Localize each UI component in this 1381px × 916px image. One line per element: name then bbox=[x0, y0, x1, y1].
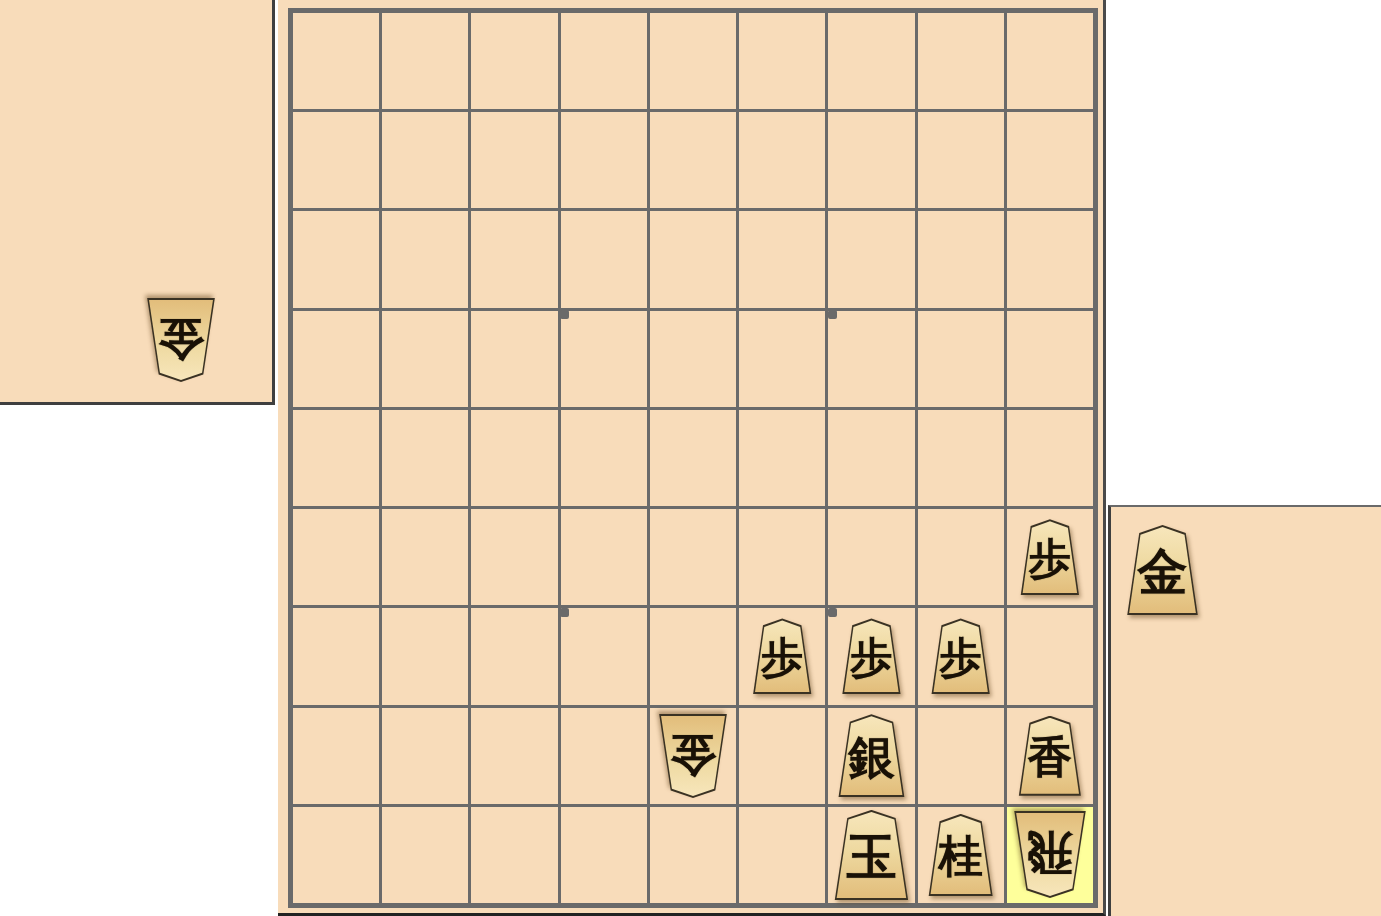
board-cell[interactable] bbox=[293, 112, 379, 208]
board-cell[interactable] bbox=[828, 410, 914, 506]
board-cell[interactable] bbox=[650, 13, 736, 109]
board-cell[interactable] bbox=[382, 708, 468, 804]
piece-kanji: 歩 bbox=[761, 637, 803, 679]
board-cell[interactable] bbox=[650, 410, 736, 506]
board-cell[interactable] bbox=[561, 807, 647, 903]
board-cell[interactable] bbox=[471, 807, 557, 903]
board-cell[interactable] bbox=[739, 211, 825, 307]
board-cell[interactable] bbox=[918, 13, 1004, 109]
piece-gold-sente[interactable]: 金 bbox=[1125, 525, 1200, 615]
piece-face: 玉 bbox=[834, 812, 908, 898]
piece-kanji: 歩 bbox=[940, 637, 982, 679]
board-cell[interactable]: 香 bbox=[1007, 708, 1093, 804]
board-cell[interactable] bbox=[650, 608, 736, 704]
board-cell[interactable]: 金 bbox=[650, 708, 736, 804]
piece-pawn-sente[interactable]: 歩 bbox=[751, 618, 813, 694]
board-cell[interactable] bbox=[382, 608, 468, 704]
piece-kanji: 桂 bbox=[939, 835, 983, 879]
gote-hand-tray: 金 bbox=[0, 0, 275, 405]
board-cell[interactable] bbox=[561, 410, 647, 506]
board-cell[interactable]: 歩 bbox=[739, 608, 825, 704]
board-cell[interactable] bbox=[293, 211, 379, 307]
piece-face: 香 bbox=[1019, 718, 1081, 794]
board-cell[interactable] bbox=[382, 211, 468, 307]
board-cell[interactable] bbox=[471, 211, 557, 307]
sente-hand-tray: 金 bbox=[1108, 505, 1381, 916]
board-cell[interactable] bbox=[471, 311, 557, 407]
piece-face: 桂 bbox=[929, 816, 993, 894]
board-cell[interactable] bbox=[739, 708, 825, 804]
board-cell[interactable]: 飛 bbox=[1007, 807, 1093, 903]
board-cell[interactable] bbox=[561, 708, 647, 804]
piece-kanji: 香 bbox=[1028, 735, 1072, 779]
board-cell[interactable] bbox=[293, 608, 379, 704]
piece-face: 銀 bbox=[838, 716, 904, 795]
board-cell[interactable] bbox=[650, 112, 736, 208]
board-cell[interactable] bbox=[739, 311, 825, 407]
board-cell[interactable] bbox=[561, 311, 647, 407]
board-cell[interactable] bbox=[382, 13, 468, 109]
board-cell[interactable] bbox=[382, 410, 468, 506]
piece-face: 金 bbox=[147, 300, 215, 380]
board-cell[interactable] bbox=[828, 311, 914, 407]
board-cell[interactable] bbox=[471, 509, 557, 605]
board-cell[interactable] bbox=[918, 410, 1004, 506]
board-cell[interactable] bbox=[293, 311, 379, 407]
board-cell[interactable] bbox=[918, 509, 1004, 605]
piece-kanji: 玉 bbox=[846, 832, 896, 882]
board-cell[interactable] bbox=[918, 311, 1004, 407]
piece-pawn-sente[interactable]: 歩 bbox=[840, 618, 902, 694]
board-cell[interactable] bbox=[561, 13, 647, 109]
piece-knight-sente[interactable]: 桂 bbox=[927, 814, 995, 896]
piece-face: 歩 bbox=[753, 620, 811, 692]
board-cell[interactable] bbox=[650, 807, 736, 903]
board-cell[interactable]: 歩 bbox=[828, 608, 914, 704]
piece-rook-gote[interactable]: 飛 bbox=[1012, 811, 1088, 898]
piece-face: 歩 bbox=[932, 620, 990, 692]
board-cell[interactable] bbox=[293, 509, 379, 605]
board-cell[interactable] bbox=[561, 211, 647, 307]
board-cell[interactable] bbox=[471, 13, 557, 109]
board-cell[interactable] bbox=[828, 211, 914, 307]
piece-kanji: 銀 bbox=[848, 734, 894, 780]
board-cell[interactable] bbox=[293, 13, 379, 109]
piece-lance-sente[interactable]: 香 bbox=[1017, 716, 1083, 796]
board-cell[interactable] bbox=[471, 410, 557, 506]
piece-face: 飛 bbox=[1014, 813, 1086, 896]
board-cell[interactable] bbox=[650, 211, 736, 307]
board-cell[interactable] bbox=[739, 509, 825, 605]
board-cell[interactable] bbox=[561, 608, 647, 704]
piece-kanji: 歩 bbox=[1029, 538, 1071, 580]
board-cell[interactable] bbox=[382, 112, 468, 208]
piece-face: 金 bbox=[1127, 527, 1198, 613]
board-cell[interactable] bbox=[1007, 311, 1093, 407]
board-cell[interactable] bbox=[918, 708, 1004, 804]
board-cell[interactable] bbox=[739, 13, 825, 109]
board-cell[interactable] bbox=[293, 410, 379, 506]
board-cell[interactable] bbox=[739, 112, 825, 208]
board-cell[interactable] bbox=[471, 112, 557, 208]
board-cell[interactable] bbox=[739, 410, 825, 506]
board-cell[interactable] bbox=[828, 13, 914, 109]
board-cell[interactable] bbox=[1007, 211, 1093, 307]
piece-kanji: 歩 bbox=[850, 637, 892, 679]
board-cell[interactable] bbox=[828, 112, 914, 208]
board-cell[interactable]: 歩 bbox=[918, 608, 1004, 704]
board-cell[interactable] bbox=[293, 807, 379, 903]
shogi-board: 歩歩歩歩金銀香玉桂飛 bbox=[288, 8, 1098, 908]
piece-kanji: 飛 bbox=[1027, 830, 1073, 876]
board-cell[interactable] bbox=[561, 112, 647, 208]
board-cell[interactable] bbox=[650, 509, 736, 605]
piece-face: 金 bbox=[659, 716, 727, 796]
board-cell[interactable]: 銀 bbox=[828, 708, 914, 804]
shogi-app: 金 歩歩歩歩金銀香玉桂飛 金 bbox=[0, 0, 1381, 916]
board-cell[interactable] bbox=[650, 311, 736, 407]
board-cell[interactable] bbox=[739, 807, 825, 903]
board-cell[interactable] bbox=[918, 211, 1004, 307]
piece-face: 歩 bbox=[1021, 521, 1079, 593]
board-cell[interactable] bbox=[382, 311, 468, 407]
board-cell[interactable]: 玉 bbox=[828, 807, 914, 903]
piece-silver-sente[interactable]: 銀 bbox=[836, 714, 906, 797]
board-cell[interactable] bbox=[561, 509, 647, 605]
piece-kanji: 金 bbox=[158, 315, 204, 361]
piece-kanji: 金 bbox=[670, 731, 716, 777]
board-cell[interactable] bbox=[382, 807, 468, 903]
board-cell[interactable] bbox=[382, 509, 468, 605]
board-cell[interactable] bbox=[1007, 112, 1093, 208]
piece-kanji: 金 bbox=[1138, 547, 1188, 597]
board-panel: 歩歩歩歩金銀香玉桂飛 bbox=[278, 0, 1106, 916]
board-cell[interactable]: 桂 bbox=[918, 807, 1004, 903]
board-cell[interactable] bbox=[828, 509, 914, 605]
piece-pawn-sente[interactable]: 歩 bbox=[930, 618, 992, 694]
piece-gold-gote[interactable]: 金 bbox=[657, 714, 729, 798]
piece-pawn-sente[interactable]: 歩 bbox=[1019, 519, 1081, 595]
piece-face: 歩 bbox=[842, 620, 900, 692]
board-cell[interactable]: 歩 bbox=[1007, 509, 1093, 605]
piece-gold-gote[interactable]: 金 bbox=[145, 298, 217, 382]
piece-king-sente[interactable]: 玉 bbox=[832, 810, 910, 900]
board-cell[interactable] bbox=[293, 708, 379, 804]
board-cell[interactable] bbox=[1007, 410, 1093, 506]
board-cell[interactable] bbox=[918, 112, 1004, 208]
board-cell[interactable] bbox=[1007, 13, 1093, 109]
board-cell[interactable] bbox=[1007, 608, 1093, 704]
board-cell[interactable] bbox=[471, 608, 557, 704]
board-cell[interactable] bbox=[471, 708, 557, 804]
